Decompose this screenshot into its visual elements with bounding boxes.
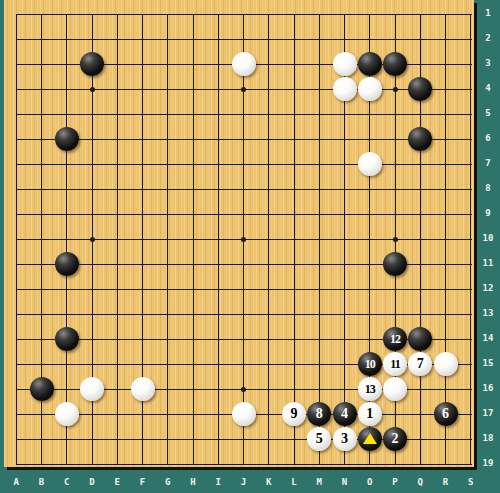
grid-line-vertical bbox=[117, 14, 118, 465]
row-label-3: 3 bbox=[478, 58, 498, 68]
stone-black-C11[interactable] bbox=[55, 252, 79, 276]
col-label-K: K bbox=[259, 477, 279, 487]
move-number: 12 bbox=[390, 333, 400, 345]
stone-white-O16[interactable]: 13 bbox=[358, 377, 382, 401]
grid-line-vertical bbox=[66, 14, 67, 465]
move-number: 9 bbox=[291, 407, 298, 421]
stone-white-N4[interactable] bbox=[333, 77, 357, 101]
star-point bbox=[241, 387, 246, 392]
star-point bbox=[393, 237, 398, 242]
col-label-R: R bbox=[436, 477, 456, 487]
star-point bbox=[393, 87, 398, 92]
stone-white-P16[interactable] bbox=[383, 377, 407, 401]
col-label-P: P bbox=[385, 477, 405, 487]
grid-line-vertical bbox=[470, 14, 471, 465]
grid-line-horizontal bbox=[16, 214, 472, 215]
stone-black-Q14[interactable] bbox=[408, 327, 432, 351]
col-label-B: B bbox=[32, 477, 52, 487]
stone-black-Q4[interactable] bbox=[408, 77, 432, 101]
stone-black-O3[interactable] bbox=[358, 52, 382, 76]
stone-white-O4[interactable] bbox=[358, 77, 382, 101]
row-label-10: 10 bbox=[478, 233, 498, 243]
move-number: 7 bbox=[417, 357, 424, 371]
move-number: 2 bbox=[392, 432, 399, 446]
row-label-9: 9 bbox=[478, 208, 498, 218]
grid-line-horizontal bbox=[16, 164, 472, 165]
row-label-6: 6 bbox=[478, 133, 498, 143]
stone-white-Q15[interactable]: 7 bbox=[408, 352, 432, 376]
triangle-marker bbox=[363, 433, 377, 444]
row-label-17: 17 bbox=[478, 408, 498, 418]
row-label-12: 12 bbox=[478, 283, 498, 293]
grid-line-vertical bbox=[193, 14, 194, 465]
move-number: 13 bbox=[365, 383, 375, 395]
row-label-15: 15 bbox=[478, 358, 498, 368]
stone-white-R15[interactable] bbox=[434, 352, 458, 376]
stone-black-P18[interactable]: 2 bbox=[383, 427, 407, 451]
col-label-I: I bbox=[208, 477, 228, 487]
stone-white-N18[interactable]: 3 bbox=[333, 427, 357, 451]
stone-white-J3[interactable] bbox=[232, 52, 256, 76]
row-label-14: 14 bbox=[478, 333, 498, 343]
move-number: 11 bbox=[390, 358, 399, 370]
move-number: 3 bbox=[341, 432, 348, 446]
stone-black-D3[interactable] bbox=[80, 52, 104, 76]
grid-line-horizontal bbox=[16, 39, 472, 40]
row-label-1: 1 bbox=[478, 8, 498, 18]
col-label-E: E bbox=[107, 477, 127, 487]
grid-line-horizontal bbox=[16, 14, 472, 15]
grid-line-horizontal bbox=[16, 139, 472, 140]
stone-black-Q6[interactable] bbox=[408, 127, 432, 151]
stone-black-N17[interactable]: 4 bbox=[333, 402, 357, 426]
stone-black-C6[interactable] bbox=[55, 127, 79, 151]
grid-line-vertical bbox=[294, 14, 295, 465]
row-label-8: 8 bbox=[478, 183, 498, 193]
move-number: 10 bbox=[365, 358, 375, 370]
move-number: 4 bbox=[341, 407, 348, 421]
grid-line-vertical bbox=[445, 14, 446, 465]
grid-line-horizontal bbox=[16, 314, 472, 315]
row-label-16: 16 bbox=[478, 383, 498, 393]
col-label-M: M bbox=[309, 477, 329, 487]
grid-line-vertical bbox=[16, 14, 17, 465]
star-point bbox=[90, 237, 95, 242]
grid-line-horizontal bbox=[16, 189, 472, 190]
col-label-L: L bbox=[284, 477, 304, 487]
stone-black-P11[interactable] bbox=[383, 252, 407, 276]
col-label-S: S bbox=[461, 477, 481, 487]
move-number: 5 bbox=[316, 432, 323, 446]
col-label-H: H bbox=[183, 477, 203, 487]
stone-white-J17[interactable] bbox=[232, 402, 256, 426]
stone-white-D16[interactable] bbox=[80, 377, 104, 401]
move-number: 1 bbox=[366, 407, 373, 421]
row-label-2: 2 bbox=[478, 33, 498, 43]
star-point bbox=[90, 87, 95, 92]
stone-white-P15[interactable]: 11 bbox=[383, 352, 407, 376]
go-diagram-screen: 12101171398416532 ABCDEFGHIJKLMNOPQRS123… bbox=[0, 0, 500, 493]
stone-black-O18[interactable] bbox=[358, 427, 382, 451]
row-label-19: 19 bbox=[478, 458, 498, 468]
row-label-13: 13 bbox=[478, 308, 498, 318]
star-point bbox=[241, 237, 246, 242]
stone-black-M17[interactable]: 8 bbox=[307, 402, 331, 426]
row-label-4: 4 bbox=[478, 83, 498, 93]
col-label-Q: Q bbox=[410, 477, 430, 487]
row-label-5: 5 bbox=[478, 108, 498, 118]
grid-line-horizontal bbox=[16, 289, 472, 290]
stone-black-O15[interactable]: 10 bbox=[358, 352, 382, 376]
grid-line-vertical bbox=[319, 14, 320, 465]
stone-white-L17[interactable]: 9 bbox=[282, 402, 306, 426]
stone-black-P14[interactable]: 12 bbox=[383, 327, 407, 351]
row-label-11: 11 bbox=[478, 258, 498, 268]
stone-white-O7[interactable] bbox=[358, 152, 382, 176]
grid-line-vertical bbox=[268, 14, 269, 465]
stone-white-C17[interactable] bbox=[55, 402, 79, 426]
stone-black-C14[interactable] bbox=[55, 327, 79, 351]
col-label-A: A bbox=[6, 477, 26, 487]
stone-white-O17[interactable]: 1 bbox=[358, 402, 382, 426]
go-board[interactable]: 12101171398416532 bbox=[4, 0, 474, 467]
stone-white-M18[interactable]: 5 bbox=[307, 427, 331, 451]
col-label-J: J bbox=[234, 477, 254, 487]
move-number: 6 bbox=[442, 407, 449, 421]
col-label-D: D bbox=[82, 477, 102, 487]
grid-line-vertical bbox=[218, 14, 219, 465]
row-label-18: 18 bbox=[478, 433, 498, 443]
row-label-7: 7 bbox=[478, 158, 498, 168]
move-number: 8 bbox=[316, 407, 323, 421]
stone-black-R17[interactable]: 6 bbox=[434, 402, 458, 426]
col-label-C: C bbox=[57, 477, 77, 487]
grid-line-vertical bbox=[167, 14, 168, 465]
stone-white-N3[interactable] bbox=[333, 52, 357, 76]
stone-white-F16[interactable] bbox=[131, 377, 155, 401]
grid-line-horizontal bbox=[16, 464, 472, 465]
star-point bbox=[241, 87, 246, 92]
col-label-F: F bbox=[133, 477, 153, 487]
grid-line-horizontal bbox=[16, 114, 472, 115]
stone-black-P3[interactable] bbox=[383, 52, 407, 76]
col-label-N: N bbox=[335, 477, 355, 487]
col-label-O: O bbox=[360, 477, 380, 487]
stone-black-B16[interactable] bbox=[30, 377, 54, 401]
col-label-G: G bbox=[158, 477, 178, 487]
